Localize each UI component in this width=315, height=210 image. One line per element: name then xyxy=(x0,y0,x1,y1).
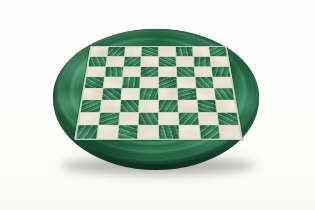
square-h4 xyxy=(214,88,234,99)
square-h3 xyxy=(216,100,236,112)
square-f6 xyxy=(176,67,194,77)
square-e8 xyxy=(158,47,174,56)
square-a1 xyxy=(76,125,97,138)
square-e2 xyxy=(158,112,177,124)
square-d1 xyxy=(138,125,158,138)
square-e3 xyxy=(158,100,177,112)
square-a3 xyxy=(80,100,100,112)
square-g3 xyxy=(197,100,217,112)
chessboard xyxy=(74,46,243,140)
square-d2 xyxy=(138,112,157,124)
square-f4 xyxy=(177,88,196,99)
square-f3 xyxy=(178,100,197,112)
square-e5 xyxy=(158,77,176,88)
square-h2 xyxy=(217,112,238,124)
square-b2 xyxy=(98,112,118,124)
square-d3 xyxy=(139,100,158,112)
square-b8 xyxy=(107,47,124,56)
square-h1 xyxy=(219,125,240,138)
square-c3 xyxy=(119,100,138,112)
square-c4 xyxy=(120,88,139,99)
square-g1 xyxy=(199,125,220,138)
square-b6 xyxy=(104,67,122,77)
square-b3 xyxy=(100,100,120,112)
square-e4 xyxy=(158,88,176,99)
square-e1 xyxy=(158,125,178,138)
square-g2 xyxy=(198,112,218,124)
square-g6 xyxy=(194,67,212,77)
square-d7 xyxy=(141,57,158,67)
square-c5 xyxy=(121,77,139,88)
square-a2 xyxy=(78,112,99,124)
square-h6 xyxy=(211,67,229,77)
square-d5 xyxy=(140,77,158,88)
square-d6 xyxy=(140,67,157,77)
photo-background xyxy=(0,0,315,210)
square-c6 xyxy=(122,67,140,77)
square-b5 xyxy=(103,77,122,88)
square-c2 xyxy=(118,112,138,124)
square-h5 xyxy=(213,77,232,88)
square-b4 xyxy=(101,88,120,99)
square-e7 xyxy=(158,57,175,67)
square-g4 xyxy=(196,88,215,99)
square-h8 xyxy=(209,47,227,56)
square-h7 xyxy=(210,57,228,67)
square-g8 xyxy=(192,47,209,56)
square-a8 xyxy=(90,47,108,56)
square-b1 xyxy=(96,125,117,138)
square-a6 xyxy=(86,67,104,77)
square-a5 xyxy=(84,77,103,88)
square-d8 xyxy=(141,47,157,56)
square-c8 xyxy=(124,47,141,56)
square-c1 xyxy=(117,125,137,138)
square-e6 xyxy=(158,67,175,77)
square-b7 xyxy=(106,57,124,67)
square-g7 xyxy=(193,57,211,67)
square-f2 xyxy=(178,112,198,124)
square-c7 xyxy=(123,57,140,67)
square-f7 xyxy=(176,57,193,67)
square-f8 xyxy=(175,47,192,56)
square-g5 xyxy=(195,77,214,88)
square-f1 xyxy=(179,125,199,138)
square-d4 xyxy=(139,88,157,99)
square-a4 xyxy=(82,88,102,99)
square-f5 xyxy=(177,77,195,88)
square-a7 xyxy=(88,57,106,67)
